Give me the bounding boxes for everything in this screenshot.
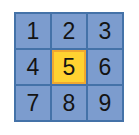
grid-cell[interactable]: 6 — [88, 50, 122, 84]
grid-cell[interactable]: 7 — [16, 86, 50, 120]
grid-cell[interactable]: 4 — [16, 50, 50, 84]
page-background: 123456789 — [0, 0, 139, 135]
grid-cell[interactable]: 3 — [88, 14, 122, 48]
grid-cell[interactable]: 1 — [16, 14, 50, 48]
grid-cell-highlighted[interactable]: 5 — [52, 50, 86, 84]
grid-cell[interactable]: 2 — [52, 14, 86, 48]
grid-cell[interactable]: 9 — [88, 86, 122, 120]
grid-cell[interactable]: 8 — [52, 86, 86, 120]
number-grid-board: 123456789 — [14, 12, 124, 122]
